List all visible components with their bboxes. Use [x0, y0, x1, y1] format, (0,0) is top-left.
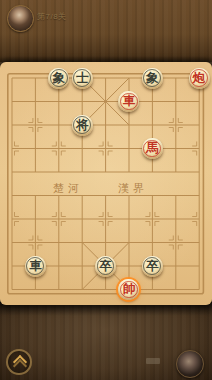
stage-label: 第7/8关: [37, 11, 67, 22]
footer-faint-text: [146, 358, 160, 364]
piece-glyph: 炮: [193, 68, 206, 89]
piece-glyph: 馬: [146, 138, 159, 159]
app-screen: 楚河 漢界 象士象炮車将馬車卒卒帥 第7/8关: [0, 0, 212, 380]
piece-glyph: 士: [76, 68, 89, 89]
piece-black-象[interactable]: 象: [142, 68, 163, 89]
top-bar: [0, 0, 212, 62]
piece-red-車[interactable]: 車: [118, 91, 139, 112]
piece-glyph: 車: [123, 91, 136, 112]
piece-red-馬[interactable]: 馬: [142, 138, 163, 159]
header-avatar[interactable]: [7, 5, 34, 32]
piece-black-卒[interactable]: 卒: [95, 256, 116, 277]
piece-black-卒[interactable]: 卒: [142, 256, 163, 277]
piece-glyph: 象: [146, 68, 159, 89]
piece-glyph: 将: [76, 115, 89, 136]
footer-avatar[interactable]: [176, 350, 204, 378]
piece-black-象[interactable]: 象: [48, 68, 69, 89]
piece-grid: 象士象炮車将馬車卒卒帥: [0, 66, 211, 301]
piece-red-帥[interactable]: 帥: [118, 279, 139, 300]
piece-glyph: 卒: [99, 256, 112, 277]
piece-glyph: 卒: [146, 256, 159, 277]
piece-black-士[interactable]: 士: [72, 68, 93, 89]
piece-red-炮[interactable]: 炮: [189, 68, 210, 89]
piece-glyph: 帥: [123, 279, 136, 300]
expand-button[interactable]: [6, 349, 32, 375]
piece-black-将[interactable]: 将: [72, 115, 93, 136]
piece-black-車[interactable]: 車: [25, 256, 46, 277]
piece-glyph: 車: [29, 256, 42, 277]
piece-glyph: 象: [53, 68, 66, 89]
